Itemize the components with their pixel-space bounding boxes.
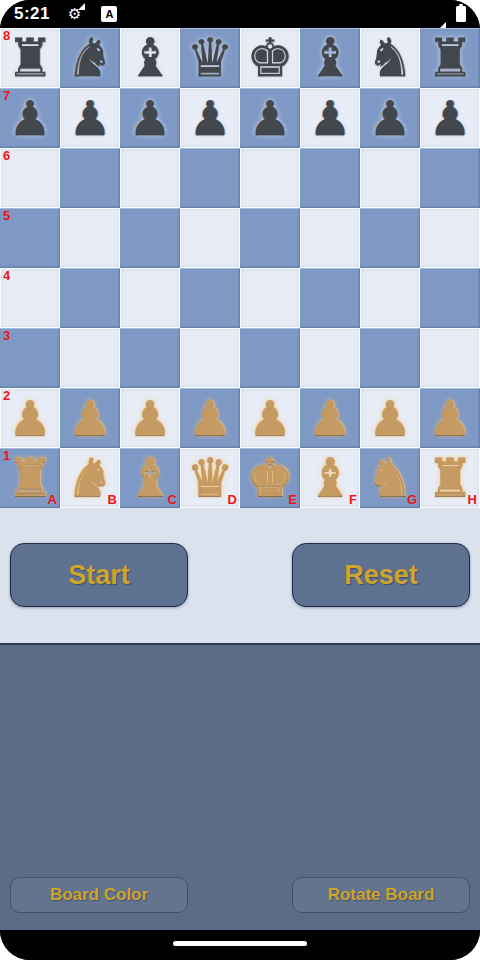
square-c2[interactable]: ♟: [120, 388, 180, 448]
square-a2[interactable]: 2♟: [0, 388, 60, 448]
square-g7[interactable]: ♟: [360, 88, 420, 148]
square-f8[interactable]: ♝: [300, 28, 360, 88]
black-rook-piece: ♜: [420, 28, 480, 88]
file-label: G: [407, 493, 417, 507]
square-d2[interactable]: ♟: [180, 388, 240, 448]
rank-label: 3: [3, 328, 10, 343]
square-c4[interactable]: [120, 268, 180, 328]
square-g2[interactable]: ♟: [360, 388, 420, 448]
square-g1[interactable]: G♞: [360, 448, 420, 508]
square-h1[interactable]: H♜: [420, 448, 480, 508]
square-e5[interactable]: [240, 208, 300, 268]
battery-icon: [456, 6, 466, 22]
rank-label: 1: [3, 448, 10, 463]
square-d5[interactable]: [180, 208, 240, 268]
square-f5[interactable]: [300, 208, 360, 268]
rotate-board-button[interactable]: Rotate Board: [292, 877, 470, 913]
square-a4[interactable]: 4: [0, 268, 60, 328]
square-e4[interactable]: [240, 268, 300, 328]
a-box-icon: A: [101, 6, 117, 22]
square-a5[interactable]: 5: [0, 208, 60, 268]
square-d7[interactable]: ♟: [180, 88, 240, 148]
black-knight-piece: ♞: [60, 28, 120, 88]
square-c7[interactable]: ♟: [120, 88, 180, 148]
square-e8[interactable]: ♚: [240, 28, 300, 88]
square-g6[interactable]: [360, 148, 420, 208]
square-f3[interactable]: [300, 328, 360, 388]
reset-button[interactable]: Reset: [292, 543, 470, 607]
square-c3[interactable]: [120, 328, 180, 388]
square-h2[interactable]: ♟: [420, 388, 480, 448]
black-pawn-piece: ♟: [240, 88, 300, 148]
black-bishop-piece: ♝: [120, 28, 180, 88]
square-f2[interactable]: ♟: [300, 388, 360, 448]
square-d3[interactable]: [180, 328, 240, 388]
square-c5[interactable]: [120, 208, 180, 268]
square-a1[interactable]: 1A♜: [0, 448, 60, 508]
black-pawn-piece: ♟: [120, 88, 180, 148]
square-d8[interactable]: ♛: [180, 28, 240, 88]
square-f6[interactable]: [300, 148, 360, 208]
black-queen-piece: ♛: [180, 28, 240, 88]
bottom-panel: Board Color Rotate Board: [0, 643, 480, 930]
square-b6[interactable]: [60, 148, 120, 208]
square-g8[interactable]: ♞: [360, 28, 420, 88]
black-knight-piece: ♞: [360, 28, 420, 88]
square-c6[interactable]: [120, 148, 180, 208]
square-h8[interactable]: ♜: [420, 28, 480, 88]
square-c8[interactable]: ♝: [120, 28, 180, 88]
white-pawn-piece: ♟: [300, 388, 360, 448]
square-b1[interactable]: B♞: [60, 448, 120, 508]
square-e3[interactable]: [240, 328, 300, 388]
square-b4[interactable]: [60, 268, 120, 328]
black-pawn-piece: ♟: [360, 88, 420, 148]
chess-board: 8♜♞♝♛♚♝♞♜7♟♟♟♟♟♟♟♟65432♟♟♟♟♟♟♟♟1A♜B♞C♝D♛…: [0, 28, 480, 508]
white-pawn-piece: ♟: [180, 388, 240, 448]
square-e6[interactable]: [240, 148, 300, 208]
square-h7[interactable]: ♟: [420, 88, 480, 148]
square-a8[interactable]: 8♜: [0, 28, 60, 88]
rank-label: 8: [3, 28, 10, 43]
start-button[interactable]: Start: [10, 543, 188, 607]
white-pawn-piece: ♟: [120, 388, 180, 448]
black-pawn-piece: ♟: [300, 88, 360, 148]
home-indicator[interactable]: [173, 941, 307, 946]
black-king-piece: ♚: [240, 28, 300, 88]
square-a6[interactable]: 6: [0, 148, 60, 208]
white-pawn-piece: ♟: [360, 388, 420, 448]
square-h3[interactable]: [420, 328, 480, 388]
square-c1[interactable]: C♝: [120, 448, 180, 508]
network-alert-icon: [431, 5, 446, 23]
black-pawn-piece: ♟: [60, 88, 120, 148]
rank-label: 4: [3, 268, 10, 283]
square-b2[interactable]: ♟: [60, 388, 120, 448]
rank-label: 2: [3, 388, 10, 403]
square-e1[interactable]: E♚: [240, 448, 300, 508]
square-f4[interactable]: [300, 268, 360, 328]
status-time: 5:21: [14, 4, 50, 24]
white-pawn-piece: ♟: [240, 388, 300, 448]
top-controls: Start Reset: [0, 508, 480, 643]
file-label: H: [468, 493, 477, 507]
white-pawn-piece: ♟: [420, 388, 480, 448]
square-d4[interactable]: [180, 268, 240, 328]
square-b5[interactable]: [60, 208, 120, 268]
file-label: A: [48, 493, 57, 507]
rank-label: 7: [3, 88, 10, 103]
square-d1[interactable]: D♛: [180, 448, 240, 508]
black-pawn-piece: ♟: [420, 88, 480, 148]
file-label: C: [168, 493, 177, 507]
board-color-button[interactable]: Board Color: [10, 877, 188, 913]
white-pawn-piece: ♟: [60, 388, 120, 448]
square-a3[interactable]: 3: [0, 328, 60, 388]
square-g3[interactable]: [360, 328, 420, 388]
square-d6[interactable]: [180, 148, 240, 208]
square-g4[interactable]: [360, 268, 420, 328]
status-bar: 5:21 ⚙ A: [0, 0, 480, 28]
file-label: D: [228, 493, 237, 507]
square-g5[interactable]: [360, 208, 420, 268]
navigation-bar: [0, 930, 480, 960]
square-h5[interactable]: [420, 208, 480, 268]
square-f1[interactable]: F♝: [300, 448, 360, 508]
rank-label: 6: [3, 148, 10, 163]
square-e7[interactable]: ♟: [240, 88, 300, 148]
square-e2[interactable]: ♟: [240, 388, 300, 448]
square-h4[interactable]: [420, 268, 480, 328]
square-b8[interactable]: ♞: [60, 28, 120, 88]
black-bishop-piece: ♝: [300, 28, 360, 88]
file-label: F: [349, 493, 357, 507]
square-f7[interactable]: ♟: [300, 88, 360, 148]
settings-gear-icon: ⚙: [68, 5, 81, 23]
file-label: E: [288, 493, 297, 507]
square-a7[interactable]: 7♟: [0, 88, 60, 148]
file-label: B: [108, 493, 117, 507]
black-pawn-piece: ♟: [180, 88, 240, 148]
square-b7[interactable]: ♟: [60, 88, 120, 148]
square-b3[interactable]: [60, 328, 120, 388]
square-h6[interactable]: [420, 148, 480, 208]
rank-label: 5: [3, 208, 10, 223]
phone-frame: 5:21 ⚙ A 8♜♞♝♛♚♝♞♜7♟♟♟♟♟♟♟♟65432♟♟♟♟♟♟♟♟…: [0, 0, 480, 960]
